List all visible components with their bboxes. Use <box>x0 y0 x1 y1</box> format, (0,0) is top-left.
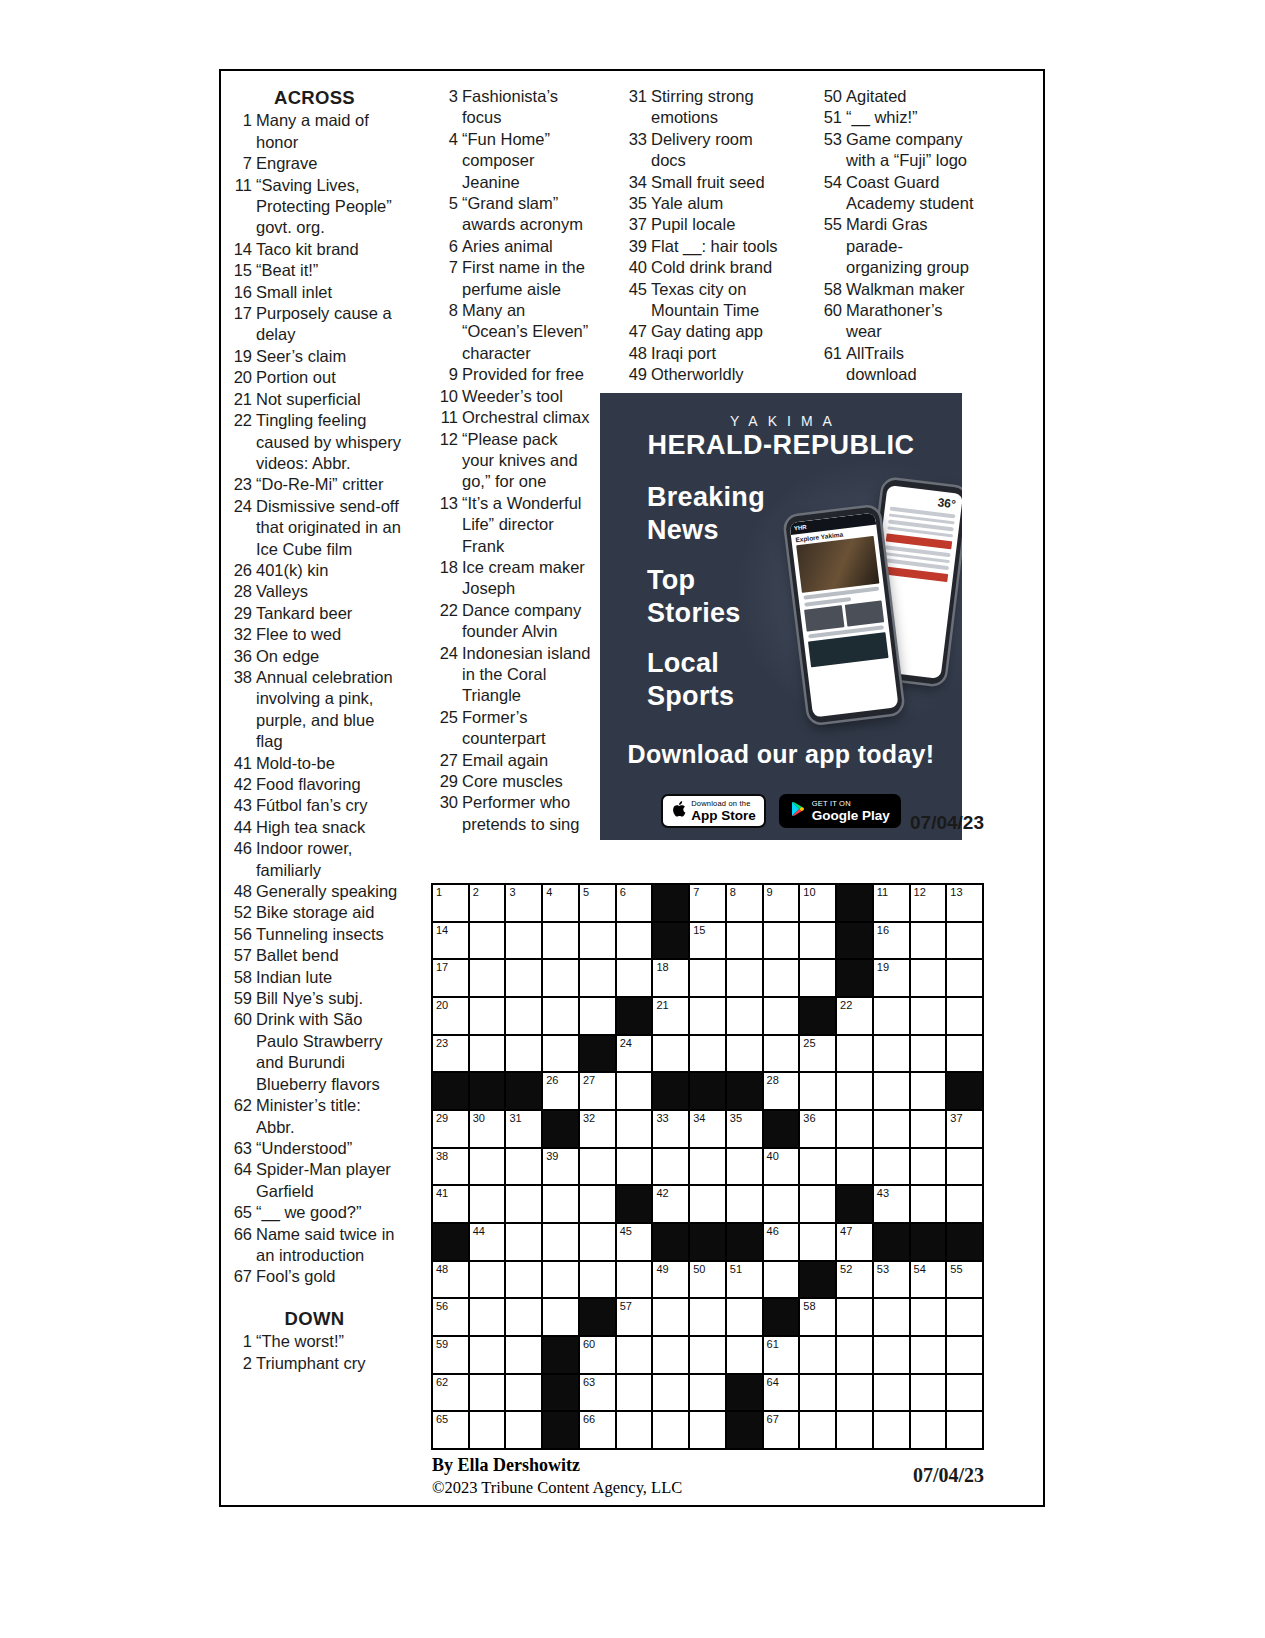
clue-number: 13 <box>433 493 458 514</box>
grid-cell[interactable]: 35 <box>727 1111 762 1147</box>
clue-text: Tingling feeling caused by whispery vide… <box>256 411 401 472</box>
grid-cell[interactable]: 5 <box>580 885 615 921</box>
grid-cell[interactable]: 36 <box>800 1111 835 1147</box>
grid-cell[interactable] <box>764 960 799 996</box>
grid-cell[interactable] <box>727 1036 762 1072</box>
grid-cell[interactable] <box>764 923 799 959</box>
grid-cell[interactable] <box>837 1412 872 1448</box>
grid-cell[interactable] <box>947 1337 982 1373</box>
clue-number: 14 <box>227 239 252 260</box>
grid-cell[interactable] <box>947 1412 982 1448</box>
news-photo-thumbnail <box>796 536 879 593</box>
grid-cell[interactable] <box>690 960 725 996</box>
clue: 62Minister’s title: Abbr. <box>227 1095 402 1138</box>
clue: 9Provided for free <box>433 364 593 385</box>
grid-cell[interactable] <box>947 923 982 959</box>
grid-cell[interactable]: 2 <box>470 885 505 921</box>
grid-cell[interactable] <box>947 1375 982 1411</box>
clue: 55Mardi Gras parade-organizing group <box>817 214 977 278</box>
grid-cell[interactable] <box>727 998 762 1034</box>
clue: 7First name in the perfume aisle <box>433 257 593 300</box>
grid-cell[interactable] <box>690 998 725 1034</box>
grid-cell[interactable] <box>911 1186 946 1222</box>
grid-cell[interactable] <box>727 923 762 959</box>
grid-cell[interactable] <box>580 960 615 996</box>
grid-cell[interactable]: 33 <box>653 1111 688 1147</box>
cell-number: 32 <box>583 1112 595 1124</box>
grid-cell[interactable] <box>911 1299 946 1335</box>
clue: 48Generally speaking <box>227 881 402 902</box>
grid-cell[interactable] <box>947 1186 982 1222</box>
grid-cell[interactable] <box>874 1036 909 1072</box>
grid-cell[interactable]: 25 <box>800 1036 835 1072</box>
grid-cell[interactable] <box>764 998 799 1034</box>
clue-number: 4 <box>433 129 458 150</box>
cell-number: 49 <box>656 1263 668 1275</box>
clue-number: 50 <box>817 86 842 107</box>
grid-cell[interactable]: 18 <box>653 960 688 996</box>
grid-cell[interactable]: 17 <box>433 960 468 996</box>
grid-cell[interactable] <box>470 1412 505 1448</box>
grid-cell[interactable] <box>947 998 982 1034</box>
grid-cell[interactable]: 56 <box>433 1299 468 1335</box>
grid-cell[interactable] <box>800 1149 835 1185</box>
grid-cell[interactable]: 8 <box>727 885 762 921</box>
grid-cell[interactable]: 51 <box>727 1262 762 1298</box>
clue-number: 62 <box>227 1095 252 1116</box>
grid-cell[interactable] <box>911 1073 946 1109</box>
grid-cell[interactable]: 40 <box>764 1149 799 1185</box>
grid-cell[interactable]: 31 <box>506 1111 541 1147</box>
clue-number: 8 <box>433 300 458 321</box>
clue-number: 47 <box>622 321 647 342</box>
grid-cell[interactable] <box>653 1375 688 1411</box>
cell-number: 3 <box>509 886 515 898</box>
grid-cell[interactable]: 42 <box>653 1186 688 1222</box>
across-header: ACROSS <box>227 87 402 108</box>
grid-cell[interactable]: 39 <box>543 1149 578 1185</box>
grid-cell[interactable] <box>470 1149 505 1185</box>
grid-cell[interactable] <box>874 1375 909 1411</box>
grid-cell[interactable] <box>690 1337 725 1373</box>
copyright-line: ©2023 Tribune Content Agency, LLC <box>432 1478 682 1498</box>
ad-call-to-action: Download our app today! <box>600 740 962 769</box>
clue-text: Indonesian island in the Coral Triangle <box>462 644 590 705</box>
grid-cell[interactable] <box>837 1149 872 1185</box>
grid-cell[interactable] <box>617 1073 652 1109</box>
grid-cell[interactable]: 58 <box>800 1299 835 1335</box>
grid-cell[interactable]: 41 <box>433 1186 468 1222</box>
cell-number: 28 <box>767 1074 779 1086</box>
cell-number: 44 <box>473 1225 485 1237</box>
grid-cell[interactable] <box>874 998 909 1034</box>
grid-cell[interactable] <box>911 1111 946 1147</box>
grid-cell[interactable] <box>800 960 835 996</box>
grid-cell[interactable]: 48 <box>433 1262 468 1298</box>
grid-cell[interactable] <box>874 1299 909 1335</box>
cell-number: 24 <box>620 1037 632 1049</box>
grid-cell[interactable] <box>911 1412 946 1448</box>
grid-cell[interactable] <box>764 1186 799 1222</box>
cell-number: 18 <box>656 961 668 973</box>
grid-cell[interactable] <box>580 1262 615 1298</box>
grid-cell[interactable] <box>947 1036 982 1072</box>
clue-number: 7 <box>433 257 458 278</box>
grid-cell[interactable]: 47 <box>837 1224 872 1260</box>
grid-cell[interactable] <box>800 1224 835 1260</box>
grid-cell[interactable] <box>874 1337 909 1373</box>
cell-number: 6 <box>620 886 626 898</box>
clue-number: 43 <box>227 795 252 816</box>
grid-cell[interactable]: 38 <box>433 1149 468 1185</box>
grid-cell[interactable] <box>617 1149 652 1185</box>
grid-cell[interactable] <box>690 1375 725 1411</box>
clue-number: 38 <box>227 667 252 688</box>
clue-number: 7 <box>227 153 252 174</box>
grid-cell[interactable]: 32 <box>580 1111 615 1147</box>
cell-number: 45 <box>620 1225 632 1237</box>
cell-number: 51 <box>730 1263 742 1275</box>
grid-cell[interactable]: 26 <box>543 1073 578 1109</box>
app-store-pre-text: Download on the <box>691 800 756 808</box>
grid-cell[interactable] <box>506 1412 541 1448</box>
clue-text: Drink with São Paulo Strawberry and Buru… <box>256 1010 383 1092</box>
grid-cell[interactable]: 59 <box>433 1337 468 1373</box>
grid-cell[interactable] <box>837 1299 872 1335</box>
grid-cell[interactable]: 53 <box>874 1262 909 1298</box>
grid-cell[interactable]: 19 <box>874 960 909 996</box>
grid-cell[interactable]: 30 <box>470 1111 505 1147</box>
clue: 8Many an “Ocean’s Eleven” character <box>433 300 593 364</box>
grid-cell[interactable] <box>580 1149 615 1185</box>
grid-cell[interactable] <box>580 923 615 959</box>
grid-cell[interactable] <box>800 1186 835 1222</box>
grid-cell[interactable] <box>653 1299 688 1335</box>
grid-cell[interactable] <box>543 1299 578 1335</box>
grid-cell[interactable] <box>617 960 652 996</box>
clue-number: 2 <box>227 1353 252 1374</box>
grid-cell[interactable] <box>580 1186 615 1222</box>
grid-cell[interactable]: 62 <box>433 1375 468 1411</box>
puzzle-date-top: 07/04/23 <box>784 812 984 834</box>
clue-text: Coast Guard Academy student <box>846 173 974 212</box>
grid-cell[interactable] <box>506 1375 541 1411</box>
grid-cell[interactable]: 16 <box>874 923 909 959</box>
grid-cell[interactable]: 61 <box>764 1337 799 1373</box>
grid-cell[interactable] <box>874 1412 909 1448</box>
grid-cell[interactable] <box>727 1186 762 1222</box>
clue: 15“Beat it!” <box>227 260 402 281</box>
grid-cell[interactable]: 21 <box>653 998 688 1034</box>
clue: 26401(k) kin <box>227 560 402 581</box>
grid-cell[interactable] <box>506 1337 541 1373</box>
grid-cell[interactable] <box>800 923 835 959</box>
clue-text: Engrave <box>256 154 317 172</box>
grid-cell[interactable]: 11 <box>874 885 909 921</box>
grid-cell[interactable] <box>506 1149 541 1185</box>
grid-cell[interactable] <box>653 1337 688 1373</box>
grid-cell[interactable]: 15 <box>690 923 725 959</box>
grid-cell[interactable] <box>470 923 505 959</box>
grid-cell[interactable] <box>506 998 541 1034</box>
grid-cell[interactable] <box>911 1036 946 1072</box>
grid-cell[interactable]: 55 <box>947 1262 982 1298</box>
cell-number: 7 <box>693 886 699 898</box>
grid-cell[interactable] <box>690 1036 725 1072</box>
grid-cell[interactable]: 43 <box>874 1186 909 1222</box>
clue-column-down-2: 3Fashionista’s focus4“Fun Home” composer… <box>433 86 593 835</box>
grid-cell[interactable] <box>617 1412 652 1448</box>
clue-number: 44 <box>227 817 252 838</box>
clue: 5“Grand slam” awards acronym <box>433 193 593 236</box>
clue: 58Indian lute <box>227 967 402 988</box>
grid-cell[interactable] <box>800 1375 835 1411</box>
grid-cell[interactable] <box>690 1299 725 1335</box>
grid-cell[interactable] <box>543 1262 578 1298</box>
grid-cell[interactable] <box>800 1412 835 1448</box>
grid-cell[interactable] <box>617 1337 652 1373</box>
block-cell <box>580 1036 615 1072</box>
grid-cell[interactable] <box>911 1337 946 1373</box>
cell-number: 58 <box>803 1300 815 1312</box>
block-cell <box>653 1224 688 1260</box>
clue-text: Fool’s gold <box>256 1267 336 1285</box>
grid-cell[interactable] <box>470 1337 505 1373</box>
clue: 22Dance company founder Alvin <box>433 600 593 643</box>
grid-cell[interactable] <box>727 960 762 996</box>
grid-cell[interactable]: 66 <box>580 1412 615 1448</box>
grid-cell[interactable] <box>690 1412 725 1448</box>
clue: 25Former’s counterpart <box>433 707 593 750</box>
grid-cell[interactable]: 67 <box>764 1412 799 1448</box>
grid-cell[interactable] <box>580 1224 615 1260</box>
grid-cell[interactable] <box>947 1299 982 1335</box>
grid-cell[interactable]: 65 <box>433 1412 468 1448</box>
grid-cell[interactable]: 50 <box>690 1262 725 1298</box>
grid-cell[interactable] <box>470 998 505 1034</box>
grid-cell[interactable] <box>764 1036 799 1072</box>
grid-cell[interactable] <box>837 1375 872 1411</box>
clue-text: Fashionista’s focus <box>462 87 558 126</box>
grid-cell[interactable]: 49 <box>653 1262 688 1298</box>
grid-cell[interactable]: 7 <box>690 885 725 921</box>
grid-cell[interactable]: 44 <box>470 1224 505 1260</box>
block-cell <box>653 885 688 921</box>
grid-cell[interactable]: 12 <box>911 885 946 921</box>
clue: 63“Understood” <box>227 1138 402 1159</box>
cell-number: 1 <box>436 886 442 898</box>
clue: 29Tankard beer <box>227 603 402 624</box>
grid-cell[interactable] <box>470 1186 505 1222</box>
clue: 24Dismissive send-off that originated in… <box>227 496 402 560</box>
clue-number: 41 <box>227 753 252 774</box>
app-store-badge[interactable]: Download on the App Store <box>661 794 766 828</box>
grid-cell[interactable]: 27 <box>580 1073 615 1109</box>
grid-cell[interactable] <box>470 1299 505 1335</box>
grid-cell[interactable] <box>506 923 541 959</box>
cell-number: 2 <box>473 886 479 898</box>
grid-cell[interactable]: 4 <box>543 885 578 921</box>
grid-cell[interactable] <box>506 1224 541 1260</box>
grid-cell[interactable]: 29 <box>433 1111 468 1147</box>
cell-number: 12 <box>914 886 926 898</box>
cell-number: 26 <box>546 1074 558 1086</box>
grid-cell[interactable] <box>874 1111 909 1147</box>
grid-cell[interactable] <box>653 1036 688 1072</box>
cell-number: 59 <box>436 1338 448 1350</box>
clue-text: Triumphant cry <box>256 1354 365 1372</box>
cell-number: 29 <box>436 1112 448 1124</box>
grid-cell[interactable] <box>837 1111 872 1147</box>
grid-cell[interactable] <box>837 1036 872 1072</box>
grid-cell[interactable] <box>617 923 652 959</box>
clue-number: 22 <box>227 410 252 431</box>
grid-cell[interactable] <box>653 1412 688 1448</box>
clue-text: Indoor rower, familiarly <box>256 839 352 878</box>
grid-cell[interactable] <box>911 998 946 1034</box>
grid-cell[interactable]: 64 <box>764 1375 799 1411</box>
grid-cell[interactable] <box>543 960 578 996</box>
grid-cell[interactable]: 24 <box>617 1036 652 1072</box>
cell-number: 10 <box>803 886 815 898</box>
grid-cell[interactable] <box>727 1299 762 1335</box>
grid-cell[interactable] <box>543 1186 578 1222</box>
grid-cell[interactable] <box>617 1111 652 1147</box>
clue-text: Cold drink brand <box>651 258 772 276</box>
grid-cell[interactable] <box>874 1149 909 1185</box>
grid-cell[interactable]: 34 <box>690 1111 725 1147</box>
clue-number: 33 <box>622 129 647 150</box>
grid-cell[interactable] <box>690 1149 725 1185</box>
grid-cell[interactable] <box>800 1337 835 1373</box>
grid-cell[interactable]: 6 <box>617 885 652 921</box>
clue: 50Agitated <box>817 86 977 107</box>
crossword-grid: 1234567891011121314151617181920212223242… <box>431 883 984 1450</box>
grid-cell[interactable] <box>617 1262 652 1298</box>
grid-cell[interactable] <box>947 960 982 996</box>
grid-cell[interactable]: 20 <box>433 998 468 1034</box>
clue-text: Walkman maker <box>846 280 965 298</box>
grid-cell[interactable] <box>800 1073 835 1109</box>
clue-text: Dance company founder Alvin <box>462 601 581 640</box>
grid-cell[interactable]: 37 <box>947 1111 982 1147</box>
ad-feature: Local Sports <box>647 647 765 713</box>
grid-cell[interactable]: 10 <box>800 885 835 921</box>
grid-cell[interactable] <box>911 1375 946 1411</box>
grid-cell[interactable]: 46 <box>764 1224 799 1260</box>
clue: 3Fashionista’s focus <box>433 86 593 129</box>
grid-cell[interactable]: 1 <box>433 885 468 921</box>
grid-cell[interactable] <box>764 1262 799 1298</box>
grid-cell[interactable] <box>617 1375 652 1411</box>
ad-feature: Top Stories <box>647 564 765 630</box>
clue-text: “The worst!” <box>256 1332 344 1350</box>
clue-number: 3 <box>433 86 458 107</box>
grid-cell[interactable] <box>506 960 541 996</box>
grid-cell[interactable]: 54 <box>911 1262 946 1298</box>
grid-cell[interactable]: 13 <box>947 885 982 921</box>
clue: 2Triumphant cry <box>227 1353 402 1374</box>
grid-cell[interactable]: 3 <box>506 885 541 921</box>
grid-cell[interactable] <box>911 923 946 959</box>
block-cell <box>727 1224 762 1260</box>
grid-cell[interactable]: 28 <box>764 1073 799 1109</box>
clue: 43Fútbol fan’s cry <box>227 795 402 816</box>
clue: 27Email again <box>433 750 593 771</box>
clue-text: 401(k) kin <box>256 561 328 579</box>
grid-cell[interactable] <box>690 1186 725 1222</box>
grid-cell[interactable] <box>947 1149 982 1185</box>
grid-cell[interactable] <box>506 1262 541 1298</box>
grid-cell[interactable] <box>543 923 578 959</box>
block-cell <box>837 923 872 959</box>
clue-number: 30 <box>433 792 458 813</box>
grid-cell[interactable]: 23 <box>433 1036 468 1072</box>
cell-number: 61 <box>767 1338 779 1350</box>
grid-cell[interactable] <box>874 1073 909 1109</box>
grid-cell[interactable]: 60 <box>580 1337 615 1373</box>
clue: 67Fool’s gold <box>227 1266 402 1287</box>
grid-cell[interactable] <box>543 1036 578 1072</box>
grid-cell[interactable]: 52 <box>837 1262 872 1298</box>
grid-cell[interactable] <box>653 1149 688 1185</box>
clue-number: 1 <box>227 110 252 131</box>
grid-cell[interactable] <box>470 1036 505 1072</box>
grid-cell[interactable]: 22 <box>837 998 872 1034</box>
clue-number: 53 <box>817 129 842 150</box>
grid-cell[interactable]: 63 <box>580 1375 615 1411</box>
grid-cell[interactable] <box>727 1337 762 1373</box>
block-cell <box>837 885 872 921</box>
block-cell <box>543 1337 578 1373</box>
clue-number: 11 <box>227 175 252 196</box>
grid-cell[interactable] <box>506 1299 541 1335</box>
grid-cell[interactable]: 57 <box>617 1299 652 1335</box>
clue-text: Ballet bend <box>256 946 339 964</box>
grid-cell[interactable] <box>543 1224 578 1260</box>
cell-number: 38 <box>436 1150 448 1162</box>
news-dark-tile <box>808 632 889 667</box>
grid-cell[interactable] <box>506 1186 541 1222</box>
grid-cell[interactable] <box>543 998 578 1034</box>
grid-cell[interactable] <box>470 1262 505 1298</box>
grid-cell[interactable]: 9 <box>764 885 799 921</box>
grid-cell[interactable] <box>837 1337 872 1373</box>
block-cell <box>764 1299 799 1335</box>
grid-cell[interactable] <box>470 960 505 996</box>
grid-cell[interactable] <box>911 1149 946 1185</box>
grid-cell[interactable]: 45 <box>617 1224 652 1260</box>
grid-cell[interactable] <box>470 1375 505 1411</box>
down-clue-list-1: 1“The worst!”2Triumphant cry <box>227 1331 402 1374</box>
down-clue-list-3: 31Stirring strong emotions33Delivery roo… <box>622 86 787 386</box>
grid-cell[interactable] <box>911 960 946 996</box>
clue-text: Taco kit brand <box>256 240 359 258</box>
grid-cell[interactable] <box>837 1073 872 1109</box>
clue-text: Game company with a “Fuji” logo <box>846 130 967 169</box>
block-cell <box>690 1224 725 1260</box>
grid-cell[interactable] <box>580 998 615 1034</box>
clue-text: Core muscles <box>462 772 563 790</box>
grid-cell[interactable]: 14 <box>433 923 468 959</box>
clue-text: Yale alum <box>651 194 723 212</box>
clue-text: “It’s a Wonderful Life” director Frank <box>462 494 582 555</box>
grid-cell[interactable] <box>506 1036 541 1072</box>
cell-number: 9 <box>767 886 773 898</box>
cell-number: 52 <box>840 1263 852 1275</box>
clue: 29Core muscles <box>433 771 593 792</box>
grid-cell[interactable] <box>727 1149 762 1185</box>
